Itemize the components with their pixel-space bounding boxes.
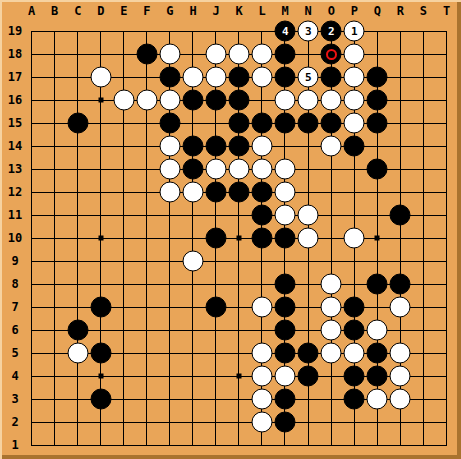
white-stone [252, 297, 273, 318]
black-stone [183, 136, 204, 157]
black-stone: 4 [275, 21, 296, 42]
black-stone [90, 389, 111, 410]
white-stone [298, 228, 319, 249]
column-label: O [328, 5, 335, 17]
column-label: R [397, 5, 404, 17]
row-label: 4 [11, 370, 18, 382]
black-stone [367, 113, 388, 134]
white-stone [159, 182, 180, 203]
black-stone [229, 113, 250, 134]
row-label: 6 [11, 324, 18, 336]
white-stone [90, 67, 111, 88]
black-stone [275, 320, 296, 341]
column-label: G [166, 5, 173, 17]
white-stone [321, 90, 342, 111]
white-stone [367, 389, 388, 410]
column-label: N [305, 5, 312, 17]
white-stone [183, 251, 204, 272]
white-stone [183, 182, 204, 203]
black-stone [206, 297, 227, 318]
column-label: B [51, 5, 58, 17]
black-stone [183, 90, 204, 111]
column-label: C [74, 5, 81, 17]
go-board[interactable]: ABCDEFGHJKLMNOPQRST191817161514131211109… [0, 0, 461, 459]
black-stone [275, 389, 296, 410]
black-stone [206, 90, 227, 111]
white-stone [275, 182, 296, 203]
black-stone [252, 182, 273, 203]
column-label: J [212, 5, 219, 17]
white-stone [367, 320, 388, 341]
black-stone [298, 366, 319, 387]
column-label: E [120, 5, 127, 17]
black-stone [252, 113, 273, 134]
black-stone [367, 343, 388, 364]
white-stone: 1 [344, 21, 365, 42]
move-number-label: 4 [282, 26, 289, 37]
white-stone [252, 343, 273, 364]
black-stone [252, 228, 273, 249]
white-stone [159, 159, 180, 180]
black-stone: 2 [321, 21, 342, 42]
white-stone [390, 366, 411, 387]
white-stone [390, 389, 411, 410]
black-stone [344, 320, 365, 341]
row-label: 11 [8, 209, 22, 221]
white-stone [252, 136, 273, 157]
column-label: P [351, 5, 358, 17]
black-stone [367, 274, 388, 295]
black-stone [67, 113, 88, 134]
white-stone [159, 136, 180, 157]
black-stone [321, 113, 342, 134]
row-label: 13 [8, 163, 22, 175]
white-stone [344, 67, 365, 88]
black-stone [229, 90, 250, 111]
column-label: M [282, 5, 289, 17]
white-stone [252, 389, 273, 410]
black-stone [252, 205, 273, 226]
black-stone [367, 366, 388, 387]
go-board-frame: ABCDEFGHJKLMNOPQRST191817161514131211109… [0, 0, 461, 459]
move-number-label: 1 [351, 26, 358, 37]
black-stone [275, 113, 296, 134]
star-point [98, 374, 103, 379]
column-label: F [143, 5, 150, 17]
white-stone [321, 320, 342, 341]
column-label: T [443, 5, 450, 17]
white-stone [252, 44, 273, 65]
black-stone [275, 274, 296, 295]
black-stone [229, 182, 250, 203]
black-stone [344, 297, 365, 318]
white-stone [321, 136, 342, 157]
black-stone [229, 136, 250, 157]
column-label: H [189, 5, 196, 17]
row-label: 5 [11, 347, 18, 359]
row-label: 9 [11, 255, 18, 267]
black-stone [206, 182, 227, 203]
black-stone [159, 113, 180, 134]
row-label: 17 [8, 71, 22, 83]
move-number-label: 3 [305, 26, 312, 37]
white-stone [252, 159, 273, 180]
white-stone [206, 159, 227, 180]
black-stone [136, 44, 157, 65]
star-point [237, 236, 242, 241]
move-number-label: 5 [305, 72, 312, 83]
row-label: 7 [11, 301, 18, 313]
white-stone [275, 159, 296, 180]
black-stone [275, 412, 296, 433]
row-label: 18 [8, 48, 22, 60]
black-stone [275, 67, 296, 88]
row-label: 1 [11, 439, 18, 451]
row-label: 15 [8, 117, 22, 129]
black-stone [90, 297, 111, 318]
white-stone [344, 343, 365, 364]
black-stone [390, 205, 411, 226]
black-stone [206, 228, 227, 249]
white-stone [321, 274, 342, 295]
black-stone [90, 343, 111, 364]
white-stone [206, 67, 227, 88]
black-stone [367, 67, 388, 88]
black-stone [159, 67, 180, 88]
column-label: A [28, 5, 35, 17]
black-stone [275, 44, 296, 65]
white-stone [275, 205, 296, 226]
white-stone [252, 366, 273, 387]
black-stone [298, 343, 319, 364]
white-stone [183, 67, 204, 88]
white-stone [321, 297, 342, 318]
white-stone [159, 90, 180, 111]
row-label: 3 [11, 393, 18, 405]
black-stone [206, 136, 227, 157]
white-stone [252, 412, 273, 433]
black-stone [275, 228, 296, 249]
white-stone [229, 159, 250, 180]
white-stone [390, 343, 411, 364]
star-point [237, 374, 242, 379]
star-point [98, 98, 103, 103]
white-stone [275, 366, 296, 387]
column-label: Q [374, 5, 381, 17]
white-stone [344, 90, 365, 111]
black-stone [367, 90, 388, 111]
star-point [375, 236, 380, 241]
column-label: K [235, 5, 242, 17]
move-number-label: 2 [328, 26, 335, 37]
black-stone [344, 136, 365, 157]
column-label: L [259, 5, 266, 17]
black-stone [275, 343, 296, 364]
row-label: 16 [8, 94, 22, 106]
row-label: 14 [8, 140, 22, 152]
black-stone [367, 159, 388, 180]
column-label: D [97, 5, 104, 17]
black-stone [321, 44, 342, 65]
white-stone [159, 44, 180, 65]
black-stone [298, 113, 319, 134]
column-label: S [420, 5, 427, 17]
white-stone [390, 297, 411, 318]
white-stone [298, 205, 319, 226]
white-stone [275, 90, 296, 111]
black-stone [183, 159, 204, 180]
red-circle-marker [326, 49, 337, 60]
white-stone [229, 44, 250, 65]
row-label: 8 [11, 278, 18, 290]
black-stone [344, 366, 365, 387]
black-stone [344, 389, 365, 410]
white-stone [206, 44, 227, 65]
black-stone [321, 67, 342, 88]
row-label: 19 [8, 25, 22, 37]
white-stone [344, 44, 365, 65]
white-stone [344, 113, 365, 134]
white-stone [321, 343, 342, 364]
white-stone [136, 90, 157, 111]
black-stone [67, 320, 88, 341]
white-stone [344, 228, 365, 249]
white-stone: 3 [298, 21, 319, 42]
black-stone [229, 67, 250, 88]
white-stone [298, 90, 319, 111]
white-stone [67, 343, 88, 364]
star-point [98, 236, 103, 241]
row-label: 10 [8, 232, 22, 244]
row-label: 12 [8, 186, 22, 198]
white-stone [113, 90, 134, 111]
row-label: 2 [11, 416, 18, 428]
black-stone [390, 274, 411, 295]
black-stone [275, 297, 296, 318]
white-stone: 5 [298, 67, 319, 88]
white-stone [252, 67, 273, 88]
